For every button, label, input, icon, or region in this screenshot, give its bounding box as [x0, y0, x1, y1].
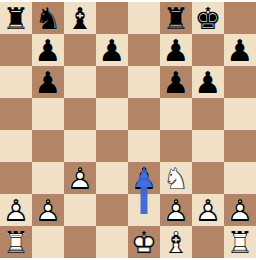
square-f8[interactable]: ♜: [160, 2, 192, 34]
piece-outline: ♘: [160, 162, 192, 194]
square-a5[interactable]: [0, 98, 32, 130]
square-d5[interactable]: [96, 98, 128, 130]
piece-outline: ♖: [0, 226, 32, 258]
square-f7[interactable]: ♟: [160, 34, 192, 66]
piece-black-bishop[interactable]: ♝: [64, 2, 96, 34]
piece-outline: ♗: [160, 226, 192, 258]
square-b4[interactable]: [32, 130, 64, 162]
square-d6[interactable]: [96, 66, 128, 98]
square-f5[interactable]: [160, 98, 192, 130]
square-a4[interactable]: [0, 130, 32, 162]
piece-outline: ♙: [32, 194, 64, 226]
square-a8[interactable]: ♜: [0, 2, 32, 34]
square-g5[interactable]: [192, 98, 224, 130]
page: ♜♞♝♜♚♟♟♟♟♟♟♟♟♙♟♙♞♘♟♙♟♙♟♙♟♙♟♙♜♖♚♔♝♗♜♖: [0, 0, 256, 260]
piece-outline: ♙: [160, 194, 192, 226]
square-f6[interactable]: ♟: [160, 66, 192, 98]
square-b5[interactable]: [32, 98, 64, 130]
square-e6[interactable]: [128, 66, 160, 98]
square-a3[interactable]: [0, 162, 32, 194]
square-d7[interactable]: ♟: [96, 34, 128, 66]
square-f4[interactable]: [160, 130, 192, 162]
square-e5[interactable]: [128, 98, 160, 130]
piece-black-rook[interactable]: ♜: [0, 2, 32, 34]
piece-black-knight[interactable]: ♞: [32, 2, 64, 34]
square-c7[interactable]: [64, 34, 96, 66]
piece-black-pawn[interactable]: ♟: [32, 34, 64, 66]
square-a7[interactable]: [0, 34, 32, 66]
piece-white-pawn[interactable]: ♟♙: [128, 162, 160, 194]
square-f2[interactable]: ♟♙: [160, 194, 192, 226]
piece-black-pawn[interactable]: ♟: [160, 66, 192, 98]
square-g8[interactable]: ♚: [192, 2, 224, 34]
square-c6[interactable]: [64, 66, 96, 98]
piece-white-pawn[interactable]: ♟♙: [0, 194, 32, 226]
piece-outline: ♙: [0, 194, 32, 226]
piece-outline: ♙: [224, 194, 256, 226]
square-c4[interactable]: [64, 130, 96, 162]
square-d8[interactable]: [96, 2, 128, 34]
square-h8[interactable]: [224, 2, 256, 34]
piece-outline: ♙: [192, 194, 224, 226]
piece-white-pawn[interactable]: ♟♙: [224, 194, 256, 226]
square-d1[interactable]: [96, 226, 128, 258]
square-e8[interactable]: [128, 2, 160, 34]
square-b7[interactable]: ♟: [32, 34, 64, 66]
square-g7[interactable]: [192, 34, 224, 66]
piece-white-bishop[interactable]: ♝♗: [160, 226, 192, 258]
square-g1[interactable]: [192, 226, 224, 258]
square-e4[interactable]: [128, 130, 160, 162]
square-c3[interactable]: ♟♙: [64, 162, 96, 194]
square-b1[interactable]: [32, 226, 64, 258]
piece-white-pawn[interactable]: ♟♙: [64, 162, 96, 194]
piece-white-rook[interactable]: ♜♖: [0, 226, 32, 258]
square-d2[interactable]: [96, 194, 128, 226]
square-h1[interactable]: ♜♖: [224, 226, 256, 258]
piece-black-king[interactable]: ♚: [192, 2, 224, 34]
piece-black-pawn[interactable]: ♟: [96, 34, 128, 66]
piece-black-rook[interactable]: ♜: [160, 2, 192, 34]
piece-outline: ♔: [128, 226, 160, 258]
square-g2[interactable]: ♟♙: [192, 194, 224, 226]
square-e1[interactable]: ♚♔: [128, 226, 160, 258]
square-d4[interactable]: [96, 130, 128, 162]
square-h4[interactable]: [224, 130, 256, 162]
piece-white-pawn[interactable]: ♟♙: [192, 194, 224, 226]
piece-black-pawn[interactable]: ♟: [160, 34, 192, 66]
piece-black-pawn[interactable]: ♟: [192, 66, 224, 98]
square-c2[interactable]: [64, 194, 96, 226]
piece-outline: ♖: [224, 226, 256, 258]
square-a6[interactable]: [0, 66, 32, 98]
square-h5[interactable]: [224, 98, 256, 130]
piece-white-pawn[interactable]: ♟♙: [160, 194, 192, 226]
square-c8[interactable]: ♝: [64, 2, 96, 34]
piece-black-pawn[interactable]: ♟: [32, 66, 64, 98]
square-e2[interactable]: [128, 194, 160, 226]
square-e3[interactable]: ♟♙: [128, 162, 160, 194]
square-a2[interactable]: ♟♙: [0, 194, 32, 226]
piece-outline: ♙: [128, 162, 160, 194]
square-b6[interactable]: ♟: [32, 66, 64, 98]
square-g3[interactable]: [192, 162, 224, 194]
piece-white-king[interactable]: ♚♔: [128, 226, 160, 258]
piece-white-pawn[interactable]: ♟♙: [32, 194, 64, 226]
square-g6[interactable]: ♟: [192, 66, 224, 98]
piece-white-knight[interactable]: ♞♘: [160, 162, 192, 194]
square-c1[interactable]: [64, 226, 96, 258]
chess-board: ♜♞♝♜♚♟♟♟♟♟♟♟♟♙♟♙♞♘♟♙♟♙♟♙♟♙♟♙♜♖♚♔♝♗♜♖: [0, 2, 256, 258]
square-d3[interactable]: [96, 162, 128, 194]
piece-black-pawn[interactable]: ♟: [224, 34, 256, 66]
square-h7[interactable]: ♟: [224, 34, 256, 66]
square-e7[interactable]: [128, 34, 160, 66]
piece-white-rook[interactable]: ♜♖: [224, 226, 256, 258]
square-g4[interactable]: [192, 130, 224, 162]
square-b8[interactable]: ♞: [32, 2, 64, 34]
square-h3[interactable]: [224, 162, 256, 194]
square-h2[interactable]: ♟♙: [224, 194, 256, 226]
square-a1[interactable]: ♜♖: [0, 226, 32, 258]
square-f1[interactable]: ♝♗: [160, 226, 192, 258]
square-h6[interactable]: [224, 66, 256, 98]
piece-outline: ♙: [64, 162, 96, 194]
square-f3[interactable]: ♞♘: [160, 162, 192, 194]
square-b2[interactable]: ♟♙: [32, 194, 64, 226]
square-b3[interactable]: [32, 162, 64, 194]
square-c5[interactable]: [64, 98, 96, 130]
